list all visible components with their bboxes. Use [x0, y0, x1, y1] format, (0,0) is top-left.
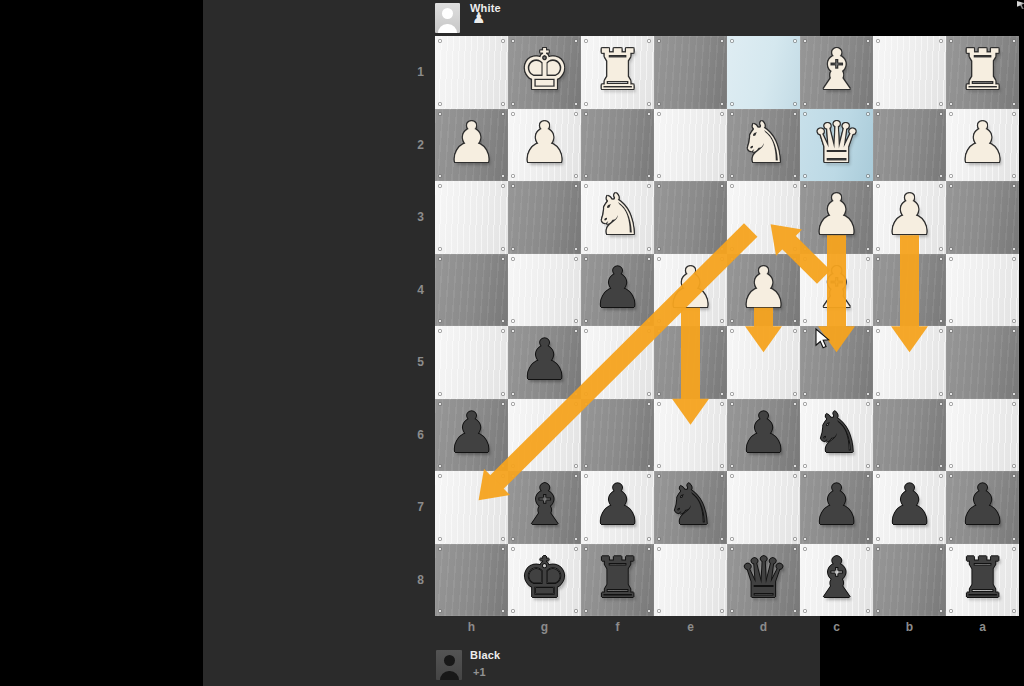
square-b7[interactable]: ♟	[873, 471, 946, 544]
rank-labels: 12345678	[406, 36, 435, 616]
square-a8[interactable]: ♜	[946, 544, 1019, 617]
square-f6[interactable]	[581, 399, 654, 472]
square-b5[interactable]	[873, 326, 946, 399]
black-pawn-f4[interactable]: ♟	[592, 260, 642, 316]
white-player-avatar	[435, 3, 460, 33]
video-panel: White ♟ 12345678 hgfedcba ♚♜♝♜♟♟♞♛♟♞♟♟♟♟…	[203, 0, 820, 686]
square-h5[interactable]	[435, 326, 508, 399]
square-b3[interactable]: ♟	[873, 181, 946, 254]
person-icon	[436, 650, 462, 680]
square-b2[interactable]	[873, 109, 946, 182]
black-bishop-c8[interactable]: ♝	[811, 550, 861, 606]
file-label-c: c	[800, 616, 873, 638]
file-label-d: d	[727, 616, 800, 638]
square-d4[interactable]: ♟	[727, 254, 800, 327]
black-rook-f8[interactable]: ♜	[592, 550, 642, 606]
square-d7[interactable]	[727, 471, 800, 544]
square-e7[interactable]: ♞	[654, 471, 727, 544]
black-player-name: Black	[470, 649, 500, 661]
black-pawn-d6[interactable]: ♟	[738, 405, 788, 461]
square-f2[interactable]	[581, 109, 654, 182]
square-e8[interactable]	[654, 544, 727, 617]
square-e5[interactable]	[654, 326, 727, 399]
square-h8[interactable]	[435, 544, 508, 617]
square-g4[interactable]	[508, 254, 581, 327]
square-c5[interactable]	[800, 326, 873, 399]
square-e4[interactable]: ♟	[654, 254, 727, 327]
white-rook-a1[interactable]: ♜	[957, 42, 1007, 98]
white-pawn-h2[interactable]: ♟	[446, 115, 496, 171]
square-f5[interactable]	[581, 326, 654, 399]
rank-label-6: 6	[406, 399, 435, 472]
square-b1[interactable]	[873, 36, 946, 109]
square-e3[interactable]	[654, 181, 727, 254]
black-pawn-g5[interactable]: ♟	[519, 332, 569, 388]
square-h1[interactable]	[435, 36, 508, 109]
square-c6[interactable]: ♞	[800, 399, 873, 472]
captured-pawn-icon: ♟	[472, 11, 485, 26]
white-pawn-d4[interactable]: ♟	[738, 260, 788, 316]
rank-label-3: 3	[406, 181, 435, 254]
square-f3[interactable]: ♞	[581, 181, 654, 254]
square-e1[interactable]	[654, 36, 727, 109]
square-g8[interactable]: ♚	[508, 544, 581, 617]
file-label-a: a	[946, 616, 1019, 638]
person-icon	[435, 3, 460, 33]
square-a3[interactable]	[946, 181, 1019, 254]
square-d3[interactable]	[727, 181, 800, 254]
square-h3[interactable]	[435, 181, 508, 254]
square-c8[interactable]: ♝	[800, 544, 873, 617]
square-d5[interactable]	[727, 326, 800, 399]
square-d1[interactable]	[727, 36, 800, 109]
black-player-avatar	[436, 650, 462, 680]
square-a7[interactable]: ♟	[946, 471, 1019, 544]
black-knight-e7[interactable]: ♞	[665, 477, 715, 533]
square-h2[interactable]: ♟	[435, 109, 508, 182]
chess-board[interactable]: ♚♜♝♜♟♟♞♛♟♞♟♟♟♟♟♝♟♟♟♞♝♟♞♟♟♟♚♜♛♝♜	[435, 36, 1019, 616]
white-pawn-g2[interactable]: ♟	[519, 115, 569, 171]
square-g7[interactable]: ♝	[508, 471, 581, 544]
file-label-b: b	[873, 616, 946, 638]
square-d8[interactable]: ♛	[727, 544, 800, 617]
square-b4[interactable]	[873, 254, 946, 327]
white-queen-c2[interactable]: ♛	[811, 115, 861, 171]
white-bishop-c4[interactable]: ♝	[811, 260, 861, 316]
rank-label-1: 1	[406, 36, 435, 109]
square-c2[interactable]: ♛	[800, 109, 873, 182]
square-a1[interactable]: ♜	[946, 36, 1019, 109]
square-h6[interactable]: ♟	[435, 399, 508, 472]
black-pawn-f7[interactable]: ♟	[592, 477, 642, 533]
file-label-g: g	[508, 616, 581, 638]
square-a4[interactable]	[946, 254, 1019, 327]
square-d2[interactable]: ♞	[727, 109, 800, 182]
square-g1[interactable]: ♚	[508, 36, 581, 109]
black-knight-c6[interactable]: ♞	[811, 405, 861, 461]
white-bishop-c1[interactable]: ♝	[811, 42, 861, 98]
square-d6[interactable]: ♟	[727, 399, 800, 472]
file-label-h: h	[435, 616, 508, 638]
rank-label-2: 2	[406, 109, 435, 182]
white-king-g1[interactable]: ♚	[519, 42, 569, 98]
square-c1[interactable]: ♝	[800, 36, 873, 109]
square-g5[interactable]: ♟	[508, 326, 581, 399]
square-f4[interactable]: ♟	[581, 254, 654, 327]
white-knight-f3[interactable]: ♞	[592, 187, 642, 243]
black-rook-a8[interactable]: ♜	[957, 550, 1007, 606]
square-c3[interactable]: ♟	[800, 181, 873, 254]
material-advantage-badge: +1	[473, 666, 486, 678]
rank-label-5: 5	[406, 326, 435, 399]
white-pawn-e4[interactable]: ♟	[665, 260, 715, 316]
square-c7[interactable]: ♟	[800, 471, 873, 544]
rank-label-4: 4	[406, 254, 435, 327]
white-rook-f1[interactable]: ♜	[592, 42, 642, 98]
square-h4[interactable]	[435, 254, 508, 327]
square-a6[interactable]	[946, 399, 1019, 472]
square-g2[interactable]: ♟	[508, 109, 581, 182]
square-b6[interactable]	[873, 399, 946, 472]
square-e6[interactable]	[654, 399, 727, 472]
black-pawn-h6[interactable]: ♟	[446, 405, 496, 461]
file-label-f: f	[581, 616, 654, 638]
black-queen-d8[interactable]: ♛	[738, 550, 788, 606]
square-e2[interactable]	[654, 109, 727, 182]
square-f1[interactable]: ♜	[581, 36, 654, 109]
white-pawn-c3[interactable]: ♟	[811, 187, 861, 243]
square-f7[interactable]: ♟	[581, 471, 654, 544]
square-g3[interactable]	[508, 181, 581, 254]
square-a5[interactable]	[946, 326, 1019, 399]
square-h7[interactable]	[435, 471, 508, 544]
black-king-g8[interactable]: ♚	[519, 550, 569, 606]
square-b8[interactable]	[873, 544, 946, 617]
square-a2[interactable]: ♟	[946, 109, 1019, 182]
rank-label-8: 8	[406, 544, 435, 617]
black-bishop-g7[interactable]: ♝	[519, 477, 569, 533]
corner-icon	[1017, 1, 1024, 9]
square-g6[interactable]	[508, 399, 581, 472]
square-c4[interactable]: ♝	[800, 254, 873, 327]
white-pawn-b3[interactable]: ♟	[884, 187, 934, 243]
white-knight-d2[interactable]: ♞	[738, 115, 788, 171]
black-pawn-a7[interactable]: ♟	[957, 477, 1007, 533]
rank-label-7: 7	[406, 471, 435, 544]
white-pawn-a2[interactable]: ♟	[957, 115, 1007, 171]
file-labels: hgfedcba	[435, 616, 1019, 638]
file-label-e: e	[654, 616, 727, 638]
square-f8[interactable]: ♜	[581, 544, 654, 617]
black-pawn-c7[interactable]: ♟	[811, 477, 861, 533]
black-pawn-b7[interactable]: ♟	[884, 477, 934, 533]
